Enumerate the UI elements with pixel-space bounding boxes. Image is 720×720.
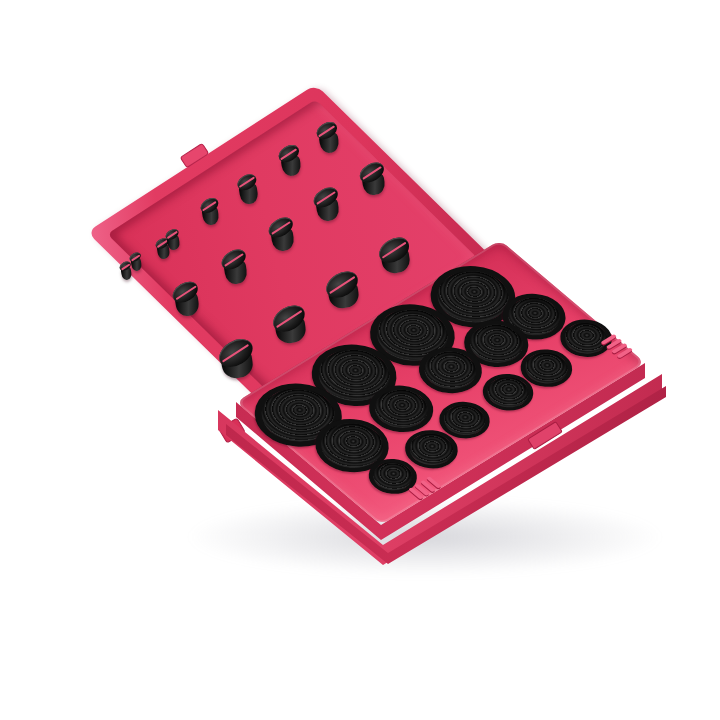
- oring-kit-photo: [0, 0, 720, 720]
